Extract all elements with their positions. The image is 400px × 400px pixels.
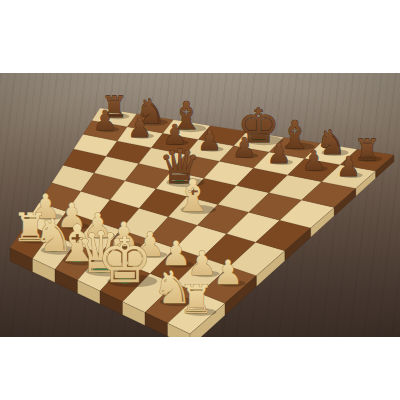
background-bottom [0, 337, 400, 400]
chess-piece-white-king: ♚ [97, 224, 153, 297]
product-photo: ♜♞♝♟♟♚♟♝♟♞♟♜♟♟♟♛♝♟♟♟♜♟♞♟♝♟♛♟♚♟♞♜ [0, 0, 400, 400]
chess-piece-black-pawn: ♟ [93, 105, 117, 136]
chess-piece-black-pawn: ♟ [232, 132, 256, 163]
chess-piece-black-pawn: ♟ [302, 145, 326, 176]
chess-piece-white-pawn: ♟ [213, 253, 243, 292]
chess-piece-black-pawn: ♟ [128, 112, 152, 143]
chess-piece-white-bishop: ♝ [173, 170, 213, 221]
background-top [0, 0, 400, 73]
chess-piece-black-pawn: ♟ [267, 138, 291, 169]
chess-piece-black-pawn: ♟ [336, 151, 360, 182]
chess-piece-white-rook: ♜ [179, 277, 214, 322]
